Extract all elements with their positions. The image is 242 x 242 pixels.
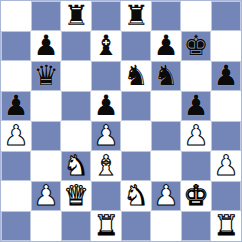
piece-black-pawn[interactable]: ♟ bbox=[213, 61, 238, 91]
piece-white-king[interactable]: ♚ bbox=[183, 181, 208, 211]
square-h5[interactable] bbox=[211, 91, 241, 121]
piece-white-queen[interactable]: ♛ bbox=[63, 181, 88, 211]
square-a6[interactable] bbox=[1, 61, 31, 91]
square-d1[interactable]: ♜ bbox=[91, 211, 121, 241]
piece-black-rook[interactable]: ♜ bbox=[123, 1, 148, 31]
square-b2[interactable]: ♟ bbox=[31, 181, 61, 211]
square-h8[interactable] bbox=[211, 1, 241, 31]
square-h6[interactable]: ♟ bbox=[211, 61, 241, 91]
piece-white-pawn[interactable]: ♟ bbox=[3, 121, 28, 151]
square-b5[interactable] bbox=[31, 91, 61, 121]
square-e5[interactable] bbox=[121, 91, 151, 121]
square-c4[interactable] bbox=[61, 121, 91, 151]
square-g7[interactable]: ♚ bbox=[181, 31, 211, 61]
piece-black-pawn[interactable]: ♟ bbox=[33, 31, 58, 61]
square-h2[interactable] bbox=[211, 181, 241, 211]
square-a3[interactable] bbox=[1, 151, 31, 181]
square-a8[interactable] bbox=[1, 1, 31, 31]
piece-white-pawn[interactable]: ♟ bbox=[93, 121, 118, 151]
square-e1[interactable] bbox=[121, 211, 151, 241]
square-f7[interactable]: ♟ bbox=[151, 31, 181, 61]
piece-black-pawn[interactable]: ♟ bbox=[183, 91, 208, 121]
square-h1[interactable]: ♜ bbox=[211, 211, 241, 241]
piece-black-rook[interactable]: ♜ bbox=[63, 1, 88, 31]
square-f5[interactable] bbox=[151, 91, 181, 121]
square-f8[interactable] bbox=[151, 1, 181, 31]
square-c5[interactable] bbox=[61, 91, 91, 121]
square-h7[interactable] bbox=[211, 31, 241, 61]
square-g1[interactable] bbox=[181, 211, 211, 241]
square-c3[interactable]: ♞ bbox=[61, 151, 91, 181]
square-f2[interactable]: ♟ bbox=[151, 181, 181, 211]
square-e8[interactable]: ♜ bbox=[121, 1, 151, 31]
piece-white-rook[interactable]: ♜ bbox=[213, 211, 238, 241]
square-c1[interactable] bbox=[61, 211, 91, 241]
square-c2[interactable]: ♛ bbox=[61, 181, 91, 211]
piece-black-knight[interactable]: ♞ bbox=[153, 61, 178, 91]
square-a4[interactable]: ♟ bbox=[1, 121, 31, 151]
square-d2[interactable] bbox=[91, 181, 121, 211]
square-g5[interactable]: ♟ bbox=[181, 91, 211, 121]
square-d4[interactable]: ♟ bbox=[91, 121, 121, 151]
square-f4[interactable] bbox=[151, 121, 181, 151]
piece-black-pawn[interactable]: ♟ bbox=[3, 91, 28, 121]
piece-white-rook[interactable]: ♜ bbox=[93, 211, 118, 241]
square-f1[interactable] bbox=[151, 211, 181, 241]
square-b6[interactable]: ♛ bbox=[31, 61, 61, 91]
square-g4[interactable]: ♟ bbox=[181, 121, 211, 151]
square-b3[interactable] bbox=[31, 151, 61, 181]
piece-white-pawn[interactable]: ♟ bbox=[33, 181, 58, 211]
square-d7[interactable]: ♝ bbox=[91, 31, 121, 61]
piece-black-knight[interactable]: ♞ bbox=[123, 61, 148, 91]
square-d6[interactable] bbox=[91, 61, 121, 91]
square-f6[interactable]: ♞ bbox=[151, 61, 181, 91]
square-d8[interactable] bbox=[91, 1, 121, 31]
piece-black-pawn[interactable]: ♟ bbox=[153, 31, 178, 61]
square-a1[interactable] bbox=[1, 211, 31, 241]
square-c6[interactable] bbox=[61, 61, 91, 91]
piece-white-bishop[interactable]: ♝ bbox=[93, 151, 118, 181]
square-d3[interactable]: ♝ bbox=[91, 151, 121, 181]
square-a2[interactable] bbox=[1, 181, 31, 211]
piece-white-pawn[interactable]: ♟ bbox=[213, 151, 238, 181]
square-e2[interactable]: ♞ bbox=[121, 181, 151, 211]
square-d5[interactable]: ♟ bbox=[91, 91, 121, 121]
square-c8[interactable]: ♜ bbox=[61, 1, 91, 31]
piece-black-king[interactable]: ♚ bbox=[183, 31, 208, 61]
square-e3[interactable] bbox=[121, 151, 151, 181]
square-e7[interactable] bbox=[121, 31, 151, 61]
square-b7[interactable]: ♟ bbox=[31, 31, 61, 61]
square-e6[interactable]: ♞ bbox=[121, 61, 151, 91]
piece-white-knight[interactable]: ♞ bbox=[123, 181, 148, 211]
square-e4[interactable] bbox=[121, 121, 151, 151]
square-b1[interactable] bbox=[31, 211, 61, 241]
square-h3[interactable]: ♟ bbox=[211, 151, 241, 181]
piece-white-knight[interactable]: ♞ bbox=[63, 151, 88, 181]
square-h4[interactable] bbox=[211, 121, 241, 151]
square-a7[interactable] bbox=[1, 31, 31, 61]
square-g8[interactable] bbox=[181, 1, 211, 31]
chess-board: ♜♜♟♝♟♚♛♞♞♟♟♟♟♟♟♟♞♝♟♟♛♞♟♚♜♜ bbox=[0, 0, 242, 242]
square-g2[interactable]: ♚ bbox=[181, 181, 211, 211]
square-f3[interactable] bbox=[151, 151, 181, 181]
piece-black-pawn[interactable]: ♟ bbox=[93, 91, 118, 121]
square-g6[interactable] bbox=[181, 61, 211, 91]
square-b4[interactable] bbox=[31, 121, 61, 151]
piece-white-pawn[interactable]: ♟ bbox=[153, 181, 178, 211]
piece-black-bishop[interactable]: ♝ bbox=[93, 31, 118, 61]
square-g3[interactable] bbox=[181, 151, 211, 181]
piece-white-pawn[interactable]: ♟ bbox=[183, 121, 208, 151]
piece-black-queen[interactable]: ♛ bbox=[33, 61, 58, 91]
square-c7[interactable] bbox=[61, 31, 91, 61]
square-a5[interactable]: ♟ bbox=[1, 91, 31, 121]
square-b8[interactable] bbox=[31, 1, 61, 31]
